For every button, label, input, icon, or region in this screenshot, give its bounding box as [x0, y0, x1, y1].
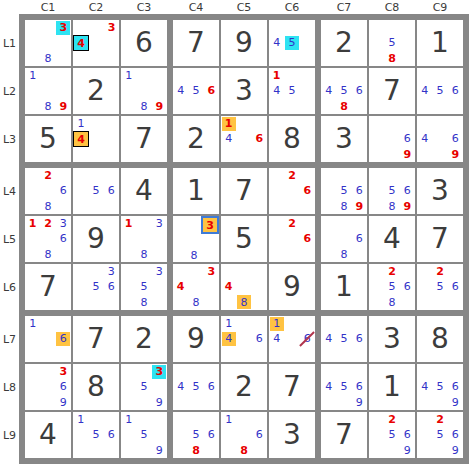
candidate-4[interactable]: 4	[222, 332, 236, 346]
candidate-6[interactable]: 6	[252, 427, 267, 442]
cell-L3C7[interactable]: 3	[321, 116, 367, 162]
solved-digit: 9	[235, 29, 253, 57]
solved-digit: 1	[431, 29, 449, 57]
cell-L8C7[interactable]: 4569	[321, 364, 367, 410]
cell-L1C5[interactable]: 9	[221, 20, 267, 66]
column-label-C6: C6	[269, 0, 315, 14]
row-labels: L1L2L3L4L5L6L7L8L9	[0, 20, 19, 464]
candidate-3[interactable]: 3	[152, 365, 166, 379]
row-label-L7: L7	[0, 316, 19, 362]
solved-digit: 4	[383, 225, 401, 253]
cell-L1C7[interactable]: 2	[321, 20, 367, 66]
solved-digit: 3	[335, 125, 353, 153]
candidate-4[interactable]: 4	[417, 379, 432, 394]
cell-L5C8[interactable]: 4	[369, 216, 415, 262]
candidate-5[interactable]: 5	[88, 279, 103, 294]
candidate-3[interactable]: 3	[56, 364, 71, 379]
cell-L9C6[interactable]: 3	[269, 412, 315, 458]
solved-digit: 3	[431, 177, 449, 205]
solved-digit: 7	[431, 225, 449, 253]
candidate-6[interactable]: 6	[352, 231, 367, 246]
candidate-3[interactable]: 3	[56, 216, 71, 231]
candidate-6[interactable]: 6	[300, 183, 315, 198]
candidate-4[interactable]: 4	[321, 83, 336, 98]
cell-L9C2[interactable]: 156	[73, 412, 119, 458]
cell-L4C3[interactable]: 4	[121, 168, 167, 214]
candidate-6[interactable]: 6	[56, 332, 70, 346]
column-label-C2: C2	[73, 0, 119, 14]
column-headers: C1C2C3C4C5C6C7C8C9	[25, 0, 469, 14]
candidate-9[interactable]: 9	[400, 443, 415, 458]
cell-L1C9[interactable]: 1	[417, 20, 463, 66]
column-label-C8: C8	[369, 0, 415, 14]
cell-L4C2[interactable]: 56	[73, 168, 119, 214]
cell-L6C3[interactable]: 358	[121, 264, 167, 310]
candidate-8[interactable]: 8	[40, 99, 55, 114]
cell-L8C2[interactable]: 8	[73, 364, 119, 410]
solved-digit: 3	[383, 325, 401, 353]
candidate-9[interactable]: 9	[400, 147, 415, 162]
candidate-3[interactable]: 3	[201, 216, 219, 234]
candidate-8[interactable]: 8	[384, 51, 399, 66]
candidate-9[interactable]: 9	[448, 443, 463, 458]
cell-L2C8[interactable]: 7	[369, 68, 415, 114]
candidate-1[interactable]: 1	[73, 116, 89, 131]
candidate-6[interactable]: 6	[352, 83, 367, 98]
candidate-8[interactable]: 8	[187, 248, 201, 262]
cell-L1C4[interactable]: 7	[173, 20, 219, 66]
candidate-6[interactable]: 6	[448, 83, 463, 98]
solved-digit: 4	[39, 421, 57, 449]
candidate-4[interactable]: 4	[173, 279, 188, 294]
candidate-8[interactable]: 8	[188, 295, 203, 310]
candidate-3[interactable]: 3	[104, 264, 119, 279]
cell-L7C9[interactable]: 8	[417, 316, 463, 362]
candidate-2[interactable]: 2	[284, 168, 299, 183]
solved-digit: 3	[235, 77, 253, 105]
candidate-6[interactable]: 6	[56, 231, 71, 246]
row-label-L3: L3	[0, 116, 19, 162]
solved-digit: 2	[87, 77, 105, 105]
candidate-6[interactable]: 6	[352, 183, 367, 198]
solved-digit: 5	[235, 225, 253, 253]
candidate-2[interactable]: 2	[40, 168, 55, 183]
candidate-4[interactable]: 4	[321, 379, 336, 394]
candidate-6[interactable]: 6	[104, 279, 119, 294]
candidate-3[interactable]: 3	[204, 264, 219, 279]
candidate-6[interactable]: 6	[204, 83, 219, 98]
cell-L1C6[interactable]: 45	[269, 20, 315, 66]
cell-L5C9[interactable]: 7	[417, 216, 463, 262]
cell-L8C4[interactable]: 456	[173, 364, 219, 410]
candidate-9[interactable]: 9	[152, 395, 167, 410]
candidate-5[interactable]: 5	[88, 183, 103, 198]
cell-L2C9[interactable]: 456	[417, 68, 463, 114]
candidate-8[interactable]: 8	[136, 247, 151, 262]
solved-digit: 1	[335, 273, 353, 301]
cell-L4C5[interactable]: 7	[221, 168, 267, 214]
cell-L5C7[interactable]: 68	[321, 216, 367, 262]
cell-L4C7[interactable]: 5689	[321, 168, 367, 214]
candidate-5[interactable]: 5	[384, 279, 399, 294]
cell-L9C4[interactable]: 568	[173, 412, 219, 458]
candidate-5[interactable]: 5	[432, 83, 447, 98]
candidate-9[interactable]: 9	[400, 199, 415, 214]
row-label-L5: L5	[0, 216, 19, 262]
cell-L2C7[interactable]: 4568	[321, 68, 367, 114]
solved-digit: 7	[383, 77, 401, 105]
cell-L9C9[interactable]: 2569	[417, 412, 463, 458]
solved-digit: 9	[87, 225, 105, 253]
cell-L5C3[interactable]: 138	[121, 216, 167, 262]
candidate-5[interactable]: 5	[136, 379, 151, 394]
cell-L7C8[interactable]: 3	[369, 316, 415, 362]
candidate-6[interactable]: 6	[400, 427, 415, 442]
candidate-5[interactable]: 5	[432, 379, 447, 394]
candidate-2[interactable]: 2	[40, 216, 55, 231]
candidate-4[interactable]: 4	[417, 131, 432, 146]
cell-L1C8[interactable]: 58	[369, 20, 415, 66]
row-label-L6: L6	[0, 264, 19, 310]
cell-L3C3[interactable]: 7	[121, 116, 167, 162]
cell-L4C9[interactable]: 3	[417, 168, 463, 214]
candidate-8[interactable]: 8	[384, 295, 399, 310]
solved-digit: 4	[135, 177, 153, 205]
cell-L3C6[interactable]: 8	[269, 116, 315, 162]
cell-L5C1[interactable]: 12368	[25, 216, 71, 262]
cell-L3C8[interactable]: 69	[369, 116, 415, 162]
cell-L2C2[interactable]: 2	[73, 68, 119, 114]
candidate-1[interactable]: 1	[222, 117, 236, 131]
cell-L6C7[interactable]: 1	[321, 264, 367, 310]
candidate-1[interactable]: 1	[25, 216, 40, 231]
candidate-4[interactable]: 4	[417, 83, 432, 98]
candidate-6[interactable]: 6	[56, 379, 71, 394]
candidate-2[interactable]: 2	[384, 264, 399, 279]
cell-L6C5[interactable]: 48	[221, 264, 267, 310]
candidate-3[interactable]: 3	[56, 21, 70, 35]
candidate-4[interactable]: 4	[73, 35, 89, 51]
candidate-5[interactable]: 5	[88, 427, 103, 442]
cell-L7C2[interactable]: 7	[73, 316, 119, 362]
cell-L7C7[interactable]: 456	[321, 316, 367, 362]
candidate-5[interactable]: 5	[284, 83, 299, 98]
solved-digit: 2	[235, 373, 253, 401]
solved-digit: 7	[335, 421, 353, 449]
cell-L2C4[interactable]: 456	[173, 68, 219, 114]
candidate-9[interactable]: 9	[352, 199, 367, 214]
solved-digit: 3	[283, 421, 301, 449]
solved-digit: 7	[283, 373, 301, 401]
cell-L6C6[interactable]: 9	[269, 264, 315, 310]
solved-digit: 7	[235, 177, 253, 205]
cell-L8C3[interactable]: 359	[121, 364, 167, 410]
solved-digit: 2	[335, 29, 353, 57]
sudoku-solver-window: C1C2C3C4C5C6C7C8C9 L1L2L3L4L5L6L7L8L9 38…	[0, 0, 471, 464]
solved-digit: 8	[283, 125, 301, 153]
cell-L9C5[interactable]: 168	[221, 412, 267, 458]
row-label-L2: L2	[0, 68, 19, 114]
cell-L9C8[interactable]: 2569	[369, 412, 415, 458]
candidate-9[interactable]: 9	[56, 395, 71, 410]
candidate-2[interactable]: 2	[284, 216, 299, 231]
candidate-8[interactable]: 8	[40, 51, 55, 66]
solved-digit: 6	[135, 29, 153, 57]
candidate-8[interactable]: 8	[336, 99, 351, 114]
candidate-4[interactable]: 4	[269, 331, 284, 346]
cell-L3C2[interactable]: 14	[73, 116, 119, 162]
candidate-5[interactable]: 5	[384, 183, 399, 198]
elimination-slash-icon	[300, 331, 316, 347]
candidate-6[interactable]: 6	[400, 183, 415, 198]
cell-L2C3[interactable]: 189	[121, 68, 167, 114]
cell-L1C2[interactable]: 34	[73, 20, 119, 66]
column-label-C4: C4	[173, 0, 219, 14]
candidate-9[interactable]: 9	[152, 99, 167, 114]
solved-digit: 2	[135, 325, 153, 353]
candidate-3[interactable]: 3	[152, 216, 167, 231]
cell-L6C2[interactable]: 356	[73, 264, 119, 310]
candidate-8[interactable]: 8	[384, 199, 399, 214]
corner-spacer	[0, 0, 19, 14]
cell-L7C6[interactable]: 146	[269, 316, 315, 362]
candidate-8[interactable]: 8	[336, 199, 351, 214]
candidate-4[interactable]: 4	[269, 83, 284, 98]
cell-L4C4[interactable]: 1	[173, 168, 219, 214]
candidate-5[interactable]: 5	[336, 83, 351, 98]
candidate-4[interactable]: 4	[221, 279, 236, 294]
candidate-6[interactable]: 6	[352, 331, 367, 346]
candidate-8[interactable]: 8	[236, 443, 251, 458]
candidate-5[interactable]: 5	[432, 427, 447, 442]
column-label-C9: C9	[417, 0, 463, 14]
candidate-2[interactable]: 2	[384, 412, 399, 427]
candidate-4[interactable]: 4	[321, 331, 336, 346]
candidate-6[interactable]: 6	[448, 379, 463, 394]
column-label-C5: C5	[221, 0, 267, 14]
solved-digit: 5	[39, 125, 57, 153]
candidate-5[interactable]: 5	[285, 36, 299, 50]
solved-digit: 9	[283, 273, 301, 301]
cell-L4C6[interactable]: 26	[269, 168, 315, 214]
candidate-4[interactable]: 4	[221, 131, 236, 146]
cell-L5C2[interactable]: 9	[73, 216, 119, 262]
row-label-L9: L9	[0, 412, 19, 458]
candidate-4[interactable]: 4	[73, 131, 89, 147]
candidate-1[interactable]: 1	[73, 412, 88, 427]
cell-L7C1[interactable]: 16	[25, 316, 71, 362]
cell-L6C4[interactable]: 348	[173, 264, 219, 310]
candidate-5[interactable]: 5	[336, 331, 351, 346]
candidate-6[interactable]: 6	[252, 331, 267, 346]
candidate-6[interactable]: 6	[448, 279, 463, 294]
candidate-6[interactable]: 6	[300, 331, 315, 346]
candidate-5[interactable]: 5	[188, 83, 203, 98]
candidate-8[interactable]: 8	[40, 199, 55, 214]
candidate-6[interactable]: 6	[104, 427, 119, 442]
candidate-9[interactable]: 9	[448, 147, 463, 162]
candidate-5[interactable]: 5	[384, 427, 399, 442]
solved-digit: 7	[135, 125, 153, 153]
candidate-4[interactable]: 4	[173, 83, 188, 98]
cell-L2C5[interactable]: 3	[221, 68, 267, 114]
candidate-9[interactable]: 9	[56, 99, 71, 114]
solved-digit: 7	[87, 325, 105, 353]
cell-L2C1[interactable]: 189	[25, 68, 71, 114]
solved-digit: 1	[187, 177, 205, 205]
candidate-8[interactable]: 8	[136, 99, 151, 114]
solved-digit: 8	[87, 373, 105, 401]
candidate-6[interactable]: 6	[204, 427, 219, 442]
candidate-9[interactable]: 9	[152, 443, 167, 458]
cell-L3C5[interactable]: 146	[221, 116, 267, 162]
column-label-C7: C7	[321, 0, 367, 14]
row-label-L4: L4	[0, 168, 19, 214]
cell-L8C1[interactable]: 369	[25, 364, 71, 410]
cell-L8C9[interactable]: 4569	[417, 364, 463, 410]
cell-L5C4[interactable]: 38	[173, 216, 219, 262]
candidate-1[interactable]: 1	[25, 316, 40, 331]
cell-L6C1[interactable]: 7	[25, 264, 71, 310]
candidate-6[interactable]: 6	[448, 427, 463, 442]
cell-L9C1[interactable]: 4	[25, 412, 71, 458]
solved-digit: 9	[187, 325, 205, 353]
cell-L8C5[interactable]: 2	[221, 364, 267, 410]
candidate-5[interactable]: 5	[136, 279, 151, 294]
row-label-L1: L1	[0, 20, 19, 66]
candidate-8[interactable]: 8	[136, 295, 151, 310]
candidate-1[interactable]: 1	[121, 412, 136, 427]
candidate-2[interactable]: 2	[432, 412, 447, 427]
solved-digit: 8	[431, 325, 449, 353]
candidate-5[interactable]: 5	[336, 379, 351, 394]
candidate-5[interactable]: 5	[188, 427, 203, 442]
candidate-8[interactable]: 8	[40, 247, 55, 262]
candidate-6[interactable]: 6	[204, 379, 219, 394]
candidate-1[interactable]: 1	[121, 68, 136, 83]
candidate-1[interactable]: 1	[221, 412, 236, 427]
candidate-5[interactable]: 5	[188, 379, 203, 394]
candidate-2[interactable]: 2	[432, 264, 447, 279]
candidate-6[interactable]: 6	[56, 183, 71, 198]
candidate-8[interactable]: 8	[237, 295, 251, 309]
candidate-6[interactable]: 6	[252, 131, 267, 146]
candidate-9[interactable]: 9	[448, 395, 463, 410]
cell-L4C8[interactable]: 5689	[369, 168, 415, 214]
cell-L5C5[interactable]: 5	[221, 216, 267, 262]
candidate-3[interactable]: 3	[152, 264, 167, 279]
cell-L3C1[interactable]: 5	[25, 116, 71, 162]
candidate-4[interactable]: 4	[173, 379, 188, 394]
cell-L9C7[interactable]: 7	[321, 412, 367, 458]
candidate-3[interactable]: 3	[104, 20, 119, 35]
candidate-6[interactable]: 6	[448, 131, 463, 146]
solved-digit: 7	[187, 29, 205, 57]
cell-L8C8[interactable]: 1	[369, 364, 415, 410]
candidate-1[interactable]: 1	[269, 68, 284, 83]
cell-L7C3[interactable]: 2	[121, 316, 167, 362]
column-label-C3: C3	[121, 0, 167, 14]
sudoku-board: 3834679452581189218945631454568745651472…	[19, 14, 469, 464]
cell-L7C4[interactable]: 9	[173, 316, 219, 362]
candidate-8[interactable]: 8	[336, 247, 351, 262]
cell-L9C3[interactable]: 159	[121, 412, 167, 458]
candidate-1[interactable]: 1	[221, 316, 236, 331]
cell-L1C1[interactable]: 38	[25, 20, 71, 66]
cell-L6C8[interactable]: 2568	[369, 264, 415, 310]
candidate-6[interactable]: 6	[352, 379, 367, 394]
candidate-6[interactable]: 6	[400, 131, 415, 146]
candidate-5[interactable]: 5	[336, 183, 351, 198]
candidate-5[interactable]: 5	[384, 35, 399, 50]
candidate-4[interactable]: 4	[269, 35, 284, 50]
cell-L1C3[interactable]: 6	[121, 20, 167, 66]
cell-L3C9[interactable]: 469	[417, 116, 463, 162]
candidate-8[interactable]: 8	[188, 443, 203, 458]
candidate-1[interactable]: 1	[121, 216, 136, 231]
cell-L8C6[interactable]: 7	[269, 364, 315, 410]
solved-digit: 2	[187, 125, 205, 153]
candidate-9[interactable]: 9	[352, 395, 367, 410]
candidate-6[interactable]: 6	[300, 231, 315, 246]
cell-L5C6[interactable]: 26	[269, 216, 315, 262]
candidate-5[interactable]: 5	[136, 427, 151, 442]
cell-L4C1[interactable]: 268	[25, 168, 71, 214]
candidate-6[interactable]: 6	[104, 183, 119, 198]
cell-L3C4[interactable]: 2	[173, 116, 219, 162]
solved-digit: 1	[383, 373, 401, 401]
cell-L2C6[interactable]: 145	[269, 68, 315, 114]
candidate-1[interactable]: 1	[270, 317, 284, 331]
candidate-6[interactable]: 6	[400, 279, 415, 294]
column-label-C1: C1	[25, 0, 71, 14]
cell-L7C5[interactable]: 146	[221, 316, 267, 362]
cell-L6C9[interactable]: 256	[417, 264, 463, 310]
row-label-L8: L8	[0, 364, 19, 410]
solved-digit: 7	[39, 273, 57, 301]
candidate-5[interactable]: 5	[432, 279, 447, 294]
candidate-1[interactable]: 1	[25, 68, 40, 83]
